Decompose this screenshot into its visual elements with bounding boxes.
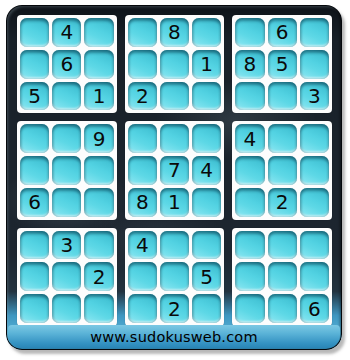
cell-r6c4[interactable]: 8 [128,188,157,217]
cell-r9c8[interactable] [268,294,297,323]
cell-r2c3[interactable] [84,50,113,79]
cell-r5c9[interactable] [300,156,329,185]
cell-r7c8[interactable] [268,231,297,260]
cell-r2c6[interactable]: 1 [192,50,221,79]
cell-r8c9[interactable] [300,262,329,291]
sudoku-plaque: 4651812685396748142324526 www.sudokusweb… [6,5,342,350]
box-r2c3: 42 [232,121,332,219]
cell-r4c9[interactable] [300,124,329,153]
cell-r5c6[interactable]: 4 [192,156,221,185]
cell-r7c2[interactable]: 3 [52,231,81,260]
cell-r6c2[interactable] [52,188,81,217]
cell-r6c5[interactable]: 1 [160,188,189,217]
cell-r4c2[interactable] [52,124,81,153]
cell-r5c1[interactable] [20,156,49,185]
sudoku-screenshot: 4651812685396748142324526 www.sudokusweb… [0,0,350,360]
cell-r3c7[interactable] [235,82,264,111]
cell-r3c2[interactable] [52,82,81,111]
cell-r3c5[interactable] [160,82,189,111]
board: 4651812685396748142324526 [17,15,332,326]
cell-r7c5[interactable] [160,231,189,260]
cell-r6c8[interactable]: 2 [268,188,297,217]
cell-r9c4[interactable] [128,294,157,323]
cell-r9c7[interactable] [235,294,264,323]
cell-r8c3[interactable]: 2 [84,262,113,291]
cell-r2c7[interactable]: 8 [235,50,264,79]
cell-r7c7[interactable] [235,231,264,260]
cell-r7c9[interactable] [300,231,329,260]
cell-r7c4[interactable]: 4 [128,231,157,260]
cell-r1c3[interactable] [84,18,113,47]
cell-r6c6[interactable] [192,188,221,217]
cell-r6c1[interactable]: 6 [20,188,49,217]
cell-r3c8[interactable] [268,82,297,111]
cell-r5c5[interactable]: 7 [160,156,189,185]
cell-r1c2[interactable]: 4 [52,18,81,47]
cell-r9c3[interactable] [84,294,113,323]
cell-r2c5[interactable] [160,50,189,79]
cell-r7c6[interactable] [192,231,221,260]
cell-r8c1[interactable] [20,262,49,291]
cell-r8c5[interactable] [160,262,189,291]
cell-r7c1[interactable] [20,231,49,260]
cell-r2c9[interactable] [300,50,329,79]
cell-r5c2[interactable] [52,156,81,185]
cell-r8c4[interactable] [128,262,157,291]
cell-r1c6[interactable] [192,18,221,47]
cell-r2c4[interactable] [128,50,157,79]
cell-r3c3[interactable]: 1 [84,82,113,111]
cell-r5c4[interactable] [128,156,157,185]
cell-r5c3[interactable] [84,156,113,185]
cell-r9c9[interactable]: 6 [300,294,329,323]
cell-r8c6[interactable]: 5 [192,262,221,291]
box-r3c2: 452 [125,228,225,326]
cell-r6c7[interactable] [235,188,264,217]
cell-r3c4[interactable]: 2 [128,82,157,111]
footer-bar: www.sudokusweb.com [8,325,340,348]
cell-r3c1[interactable]: 5 [20,82,49,111]
box-r3c3: 6 [232,228,332,326]
cell-r4c5[interactable] [160,124,189,153]
cell-r3c6[interactable] [192,82,221,111]
cell-r1c9[interactable] [300,18,329,47]
box-r1c3: 6853 [232,15,332,113]
cell-r4c6[interactable] [192,124,221,153]
cell-r1c8[interactable]: 6 [268,18,297,47]
box-r3c1: 32 [17,228,117,326]
cell-r9c2[interactable] [52,294,81,323]
cell-r9c6[interactable] [192,294,221,323]
cell-r5c8[interactable] [268,156,297,185]
box-r1c1: 4651 [17,15,117,113]
cell-r8c7[interactable] [235,262,264,291]
cell-r7c3[interactable] [84,231,113,260]
cell-r1c4[interactable] [128,18,157,47]
cell-r4c4[interactable] [128,124,157,153]
cell-r2c8[interactable]: 5 [268,50,297,79]
cell-r8c8[interactable] [268,262,297,291]
site-link[interactable]: www.sudokusweb.com [90,329,258,345]
cell-r9c5[interactable]: 2 [160,294,189,323]
cell-r4c7[interactable]: 4 [235,124,264,153]
cell-r1c1[interactable] [20,18,49,47]
cell-r1c5[interactable]: 8 [160,18,189,47]
cell-r1c7[interactable] [235,18,264,47]
cell-r8c2[interactable] [52,262,81,291]
box-r1c2: 812 [125,15,225,113]
cell-r6c9[interactable] [300,188,329,217]
cell-r9c1[interactable] [20,294,49,323]
box-r2c1: 96 [17,121,117,219]
cell-r5c7[interactable] [235,156,264,185]
box-r2c2: 7481 [125,121,225,219]
cell-r4c8[interactable] [268,124,297,153]
cell-r4c3[interactable]: 9 [84,124,113,153]
cell-r4c1[interactable] [20,124,49,153]
cell-r6c3[interactable] [84,188,113,217]
cell-r2c1[interactable] [20,50,49,79]
cell-r3c9[interactable]: 3 [300,82,329,111]
cell-r2c2[interactable]: 6 [52,50,81,79]
